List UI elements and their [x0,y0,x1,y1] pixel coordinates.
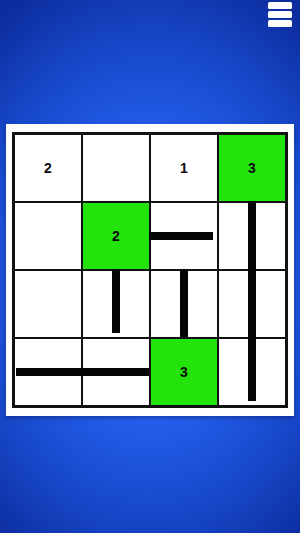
cell-r4c4[interactable] [219,339,285,405]
cell-r2c2[interactable]: 2 [83,203,149,269]
clue-number: 1 [180,161,188,175]
cell-r3c3[interactable] [151,271,217,337]
clue-number: 3 [180,365,188,379]
cell-r3c4[interactable] [219,271,285,337]
hamburger-icon [268,2,292,9]
clue-number: 3 [248,161,256,175]
hamburger-icon [268,20,292,27]
puzzle-grid: 21323 [15,135,285,405]
app-screen: 21323 [0,0,300,533]
cell-r4c1[interactable] [15,339,81,405]
cell-r2c4[interactable] [219,203,285,269]
cell-r3c2[interactable] [83,271,149,337]
cell-r3c1[interactable] [15,271,81,337]
hamburger-icon [268,11,292,18]
cell-r1c3[interactable]: 1 [151,135,217,201]
cell-r2c3[interactable] [151,203,217,269]
clue-number: 2 [112,229,120,243]
puzzle-board: 21323 [12,132,288,408]
menu-button[interactable] [268,2,292,27]
clue-number: 2 [44,161,52,175]
cell-r4c3[interactable]: 3 [151,339,217,405]
puzzle-board-panel: 21323 [6,124,294,416]
cell-r4c2[interactable] [83,339,149,405]
cell-r1c1[interactable]: 2 [15,135,81,201]
cell-r1c2[interactable] [83,135,149,201]
cell-r2c1[interactable] [15,203,81,269]
cell-r1c4[interactable]: 3 [219,135,285,201]
